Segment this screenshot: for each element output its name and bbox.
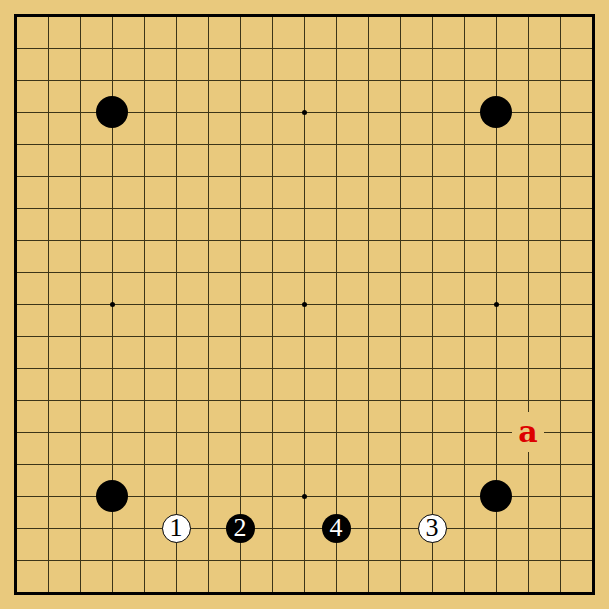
black-stone: 4	[322, 514, 351, 543]
star-point-dot	[302, 494, 307, 499]
move-number: 4	[330, 515, 343, 541]
stone-black-move-4: 4	[320, 512, 352, 544]
star-point	[288, 288, 320, 320]
black-stone	[96, 96, 128, 128]
stone-black	[480, 480, 512, 512]
move-number: 3	[426, 515, 439, 541]
move-number: 2	[234, 515, 247, 541]
black-stone	[480, 480, 512, 512]
star-point-dot	[110, 302, 115, 307]
black-stone	[480, 96, 512, 128]
star-point	[288, 480, 320, 512]
label-background-patch: a	[512, 412, 544, 452]
star-point-dot	[494, 302, 499, 307]
stone-black-move-2: 2	[224, 512, 256, 544]
star-point	[96, 288, 128, 320]
black-stone	[96, 480, 128, 512]
star-point-dot	[302, 110, 307, 115]
stone-white-move-3: 3	[416, 512, 448, 544]
star-point	[288, 96, 320, 128]
white-stone: 1	[162, 514, 191, 543]
white-stone: 3	[418, 514, 447, 543]
stone-black	[96, 480, 128, 512]
black-stone: 2	[226, 514, 255, 543]
move-number: 1	[170, 515, 183, 541]
stone-white-move-1: 1	[160, 512, 192, 544]
go-diagram: a1243	[0, 0, 609, 609]
go-board[interactable]: a1243	[0, 0, 608, 608]
star-point	[480, 288, 512, 320]
board-label-a: a	[512, 416, 544, 448]
stone-black	[96, 96, 128, 128]
label-letter: a	[518, 417, 537, 447]
stone-black	[480, 96, 512, 128]
star-point-dot	[302, 302, 307, 307]
